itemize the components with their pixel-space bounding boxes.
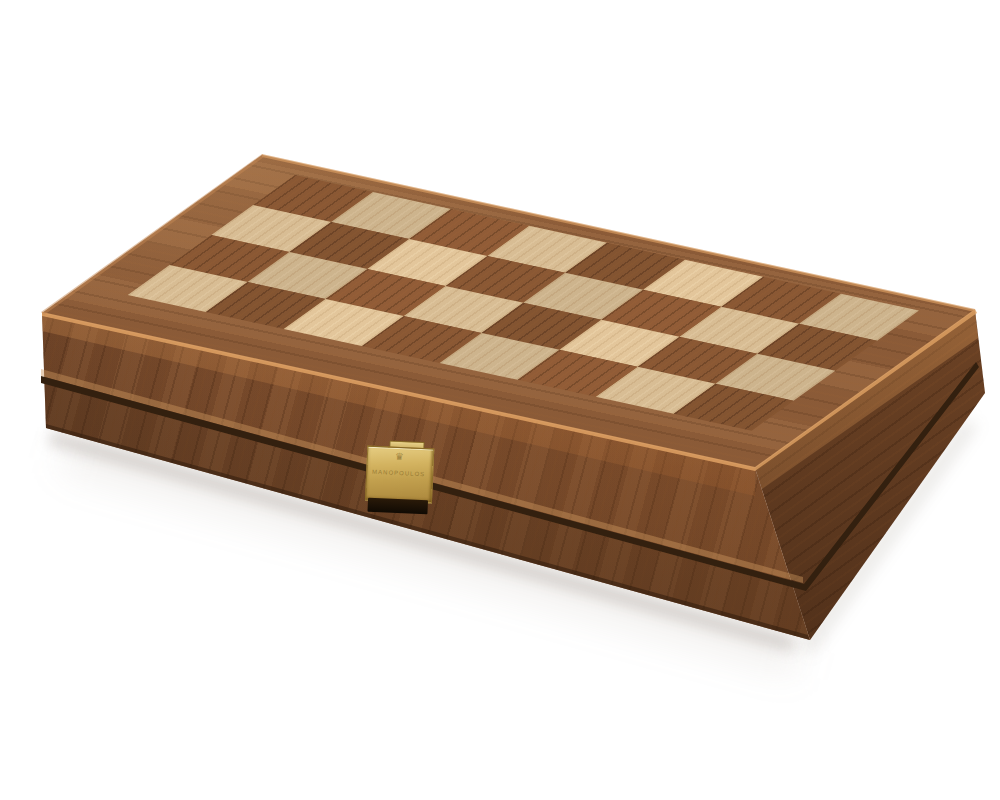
brass-clasp: ♛ MANOPOULOS bbox=[364, 440, 432, 516]
clasp-gap-shadow bbox=[367, 498, 428, 515]
product-photo: ♛ MANOPOULOS bbox=[0, 0, 1000, 800]
